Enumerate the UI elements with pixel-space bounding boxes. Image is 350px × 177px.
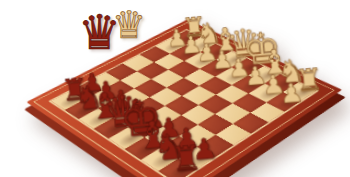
chess-board: ♜♟♟♜♞♟♟♞♝♟♟♝♛♟♟♛♚♟♟♚♝♟♟♝♞♟♟♞♜♟♟♜: [61, 0, 304, 177]
board-frame: ♜♟♟♜♞♟♟♞♝♟♟♝♛♟♟♛♚♟♟♚♝♟♟♝♞♟♟♞♜♟♟♜: [26, 19, 342, 177]
piece-boxwood-pawn-icon: ♟: [278, 79, 305, 107]
piece-red-rook-icon: ♜: [170, 141, 200, 177]
square-c3: [168, 61, 200, 78]
chess-set-photo: ♛ ♛ ♜♟♟♜♞♟♟♞♝♟♟♝♛♟♟♛♚♟♟♚♝♟♟♝♞♟♟♞♜♟♟♜: [0, 0, 350, 177]
